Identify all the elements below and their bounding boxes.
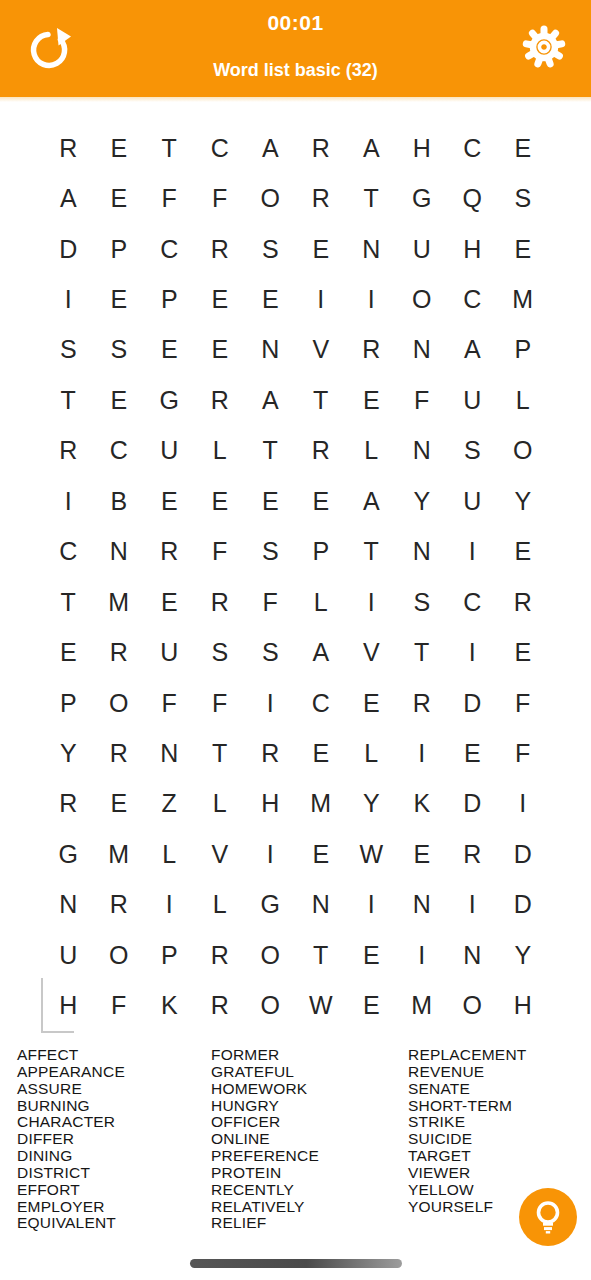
grid-cell-r18c6[interactable]: W <box>296 981 347 1031</box>
grid-cell-r12c2[interactable]: O <box>94 678 145 728</box>
grid-cell-r11c1[interactable]: E <box>43 627 94 677</box>
grid-cell-r5c3[interactable]: E <box>144 325 195 375</box>
grid-cell-r11c7[interactable]: V <box>346 627 397 677</box>
grid-cell-r2c7[interactable]: T <box>346 173 397 223</box>
word-list-item: ONLINE <box>211 1131 319 1148</box>
grid-cell-r9c7[interactable]: T <box>346 527 397 577</box>
grid-cell-r15c4[interactable]: V <box>195 829 246 879</box>
grid-cell-r17c5[interactable]: O <box>245 930 296 980</box>
grid-cell-r5c8[interactable]: N <box>397 325 448 375</box>
grid-cell-r12c5[interactable]: I <box>245 678 296 728</box>
grid-cell-r3c1[interactable]: D <box>43 224 94 274</box>
grid-cell-r18c8[interactable]: M <box>397 981 448 1031</box>
grid-cell-r13c4[interactable]: T <box>195 728 246 778</box>
grid-cell-r15c7[interactable]: W <box>346 829 397 879</box>
grid-cell-r6c8[interactable]: F <box>397 375 448 425</box>
word-list-item: DINING <box>17 1148 125 1165</box>
grid-cell-r18c5[interactable]: O <box>245 981 296 1031</box>
grid-cell-r4c4[interactable]: E <box>195 274 246 324</box>
word-list-item: DISTRICT <box>17 1165 125 1182</box>
grid-cell-r12c1[interactable]: P <box>43 678 94 728</box>
home-indicator[interactable] <box>190 1259 402 1268</box>
grid-cell-r16c2[interactable]: R <box>94 880 145 930</box>
grid-cell-r15c9[interactable]: R <box>447 829 498 879</box>
grid-cell-r4c1[interactable]: I <box>43 274 94 324</box>
grid-cell-r18c10[interactable]: H <box>498 981 549 1031</box>
grid-cell-r12c10[interactable]: F <box>498 678 549 728</box>
grid-cell-r13c9[interactable]: E <box>447 728 498 778</box>
grid-cell-r12c6[interactable]: C <box>296 678 347 728</box>
grid-cell-r16c9[interactable]: I <box>447 880 498 930</box>
word-list-item: TARGET <box>408 1148 526 1165</box>
grid-cell-r6c3[interactable]: G <box>144 375 195 425</box>
grid-cell-r10c9[interactable]: C <box>447 577 498 627</box>
letter-grid[interactable]: RETCARAHCEAEFFORTGQSDPCRSENUHEIEPEEIIOCM… <box>43 123 548 1031</box>
word-list-item: APPEARANCE <box>17 1064 125 1081</box>
grid-cell-r18c3[interactable]: K <box>144 981 195 1031</box>
grid-cell-r7c1[interactable]: R <box>43 426 94 476</box>
grid-cell-r18c9[interactable]: O <box>447 981 498 1031</box>
word-list-item: HUNGRY <box>211 1098 319 1115</box>
grid-cell-r7c5[interactable]: T <box>245 426 296 476</box>
grid-cell-r2c5[interactable]: O <box>245 173 296 223</box>
settings-button[interactable] <box>519 22 569 72</box>
grid-cell-r13c10[interactable]: F <box>498 728 549 778</box>
grid-cell-r11c3[interactable]: U <box>144 627 195 677</box>
grid-cell-r7c2[interactable]: C <box>94 426 145 476</box>
grid-cell-r9c1[interactable]: C <box>43 527 94 577</box>
grid-cell-r10c10[interactable]: R <box>498 577 549 627</box>
grid-cell-r16c5[interactable]: G <box>245 880 296 930</box>
grid-cell-r9c4[interactable]: F <box>195 527 246 577</box>
word-list-title: Word list basic (32) <box>0 60 591 81</box>
grid-cell-r15c2[interactable]: M <box>94 829 145 879</box>
word-list-column-2: FORMERGRATEFULHOMEWORKHUNGRYOFFICERONLIN… <box>211 1047 319 1232</box>
grid-cell-r10c4[interactable]: R <box>195 577 246 627</box>
word-list-item: RECENTLY <box>211 1182 319 1199</box>
grid-cell-r10c5[interactable]: F <box>245 577 296 627</box>
header-shadow <box>0 97 591 102</box>
grid-cell-r1c3[interactable]: T <box>144 123 195 173</box>
grid-cell-r4c6[interactable]: I <box>296 274 347 324</box>
word-list-column-3: REPLACEMENTREVENUESENATESHORT-TERMSTRIKE… <box>408 1047 526 1215</box>
word-list-item: VIEWER <box>408 1165 526 1182</box>
grid-cell-r6c10[interactable]: L <box>498 375 549 425</box>
grid-cell-r3c2[interactable]: P <box>94 224 145 274</box>
grid-cell-r3c4[interactable]: R <box>195 224 246 274</box>
grid-cell-r12c8[interactable]: R <box>397 678 448 728</box>
grid-cell-r8c3[interactable]: E <box>144 476 195 526</box>
grid-cell-r3c5[interactable]: S <box>245 224 296 274</box>
grid-cell-r10c8[interactable]: S <box>397 577 448 627</box>
grid-cell-r18c1[interactable]: H <box>43 981 94 1031</box>
grid-cell-r15c5[interactable]: I <box>245 829 296 879</box>
grid-cell-r1c6[interactable]: R <box>296 123 347 173</box>
grid-cell-r1c1[interactable]: R <box>43 123 94 173</box>
grid-cell-r1c10[interactable]: E <box>498 123 549 173</box>
grid-cell-r5c9[interactable]: A <box>447 325 498 375</box>
grid-cell-r6c5[interactable]: A <box>245 375 296 425</box>
word-list-item: AFFECT <box>17 1047 125 1064</box>
word-list-item: OFFICER <box>211 1114 319 1131</box>
grid-cell-r8c10[interactable]: Y <box>498 476 549 526</box>
word-list-item: YOURSELF <box>408 1199 526 1216</box>
word-list-item: CHARACTER <box>17 1114 125 1131</box>
grid-cell-r14c1[interactable]: R <box>43 779 94 829</box>
grid-cell-r15c6[interactable]: E <box>296 829 347 879</box>
gear-icon <box>519 60 569 75</box>
grid-cell-r2c3[interactable]: F <box>144 173 195 223</box>
grid-cell-r3c7[interactable]: N <box>346 224 397 274</box>
grid-cell-r2c4[interactable]: F <box>195 173 246 223</box>
grid-cell-r17c4[interactable]: R <box>195 930 246 980</box>
grid-cell-r17c8[interactable]: I <box>397 930 448 980</box>
grid-cell-r1c2[interactable]: E <box>94 123 145 173</box>
grid-cell-r9c3[interactable]: R <box>144 527 195 577</box>
grid-cell-r2c6[interactable]: R <box>296 173 347 223</box>
grid-cell-r6c4[interactable]: R <box>195 375 246 425</box>
grid-cell-r10c1[interactable]: T <box>43 577 94 627</box>
grid-cell-r3c9[interactable]: H <box>447 224 498 274</box>
grid-cell-r8c7[interactable]: A <box>346 476 397 526</box>
grid-cell-r16c10[interactable]: D <box>498 880 549 930</box>
grid-cell-r6c2[interactable]: E <box>94 375 145 425</box>
grid-cell-r8c6[interactable]: E <box>296 476 347 526</box>
word-list-item: EQUIVALENT <box>17 1215 125 1232</box>
grid-cell-r7c8[interactable]: N <box>397 426 448 476</box>
grid-cell-r14c7[interactable]: Y <box>346 779 397 829</box>
grid-cell-r8c1[interactable]: I <box>43 476 94 526</box>
word-list-item: YELLOW <box>408 1182 526 1199</box>
word-list-item: EMPLOYER <box>17 1199 125 1216</box>
grid-cell-r14c8[interactable]: K <box>397 779 448 829</box>
grid-cell-r15c3[interactable]: L <box>144 829 195 879</box>
grid-cell-r6c7[interactable]: E <box>346 375 397 425</box>
word-list-item: REVENUE <box>408 1064 526 1081</box>
word-list-item: RELIEF <box>211 1215 319 1232</box>
grid-cell-r9c9[interactable]: I <box>447 527 498 577</box>
grid-cell-r5c7[interactable]: R <box>346 325 397 375</box>
lightbulb-icon <box>528 1196 568 1239</box>
grid-cell-r8c9[interactable]: U <box>447 476 498 526</box>
grid-cell-r14c3[interactable]: Z <box>144 779 195 829</box>
grid-cell-r9c6[interactable]: P <box>296 527 347 577</box>
grid-cell-r11c6[interactable]: A <box>296 627 347 677</box>
grid-cell-r4c2[interactable]: E <box>94 274 145 324</box>
grid-cell-r2c2[interactable]: E <box>94 173 145 223</box>
grid-cell-r17c10[interactable]: Y <box>498 930 549 980</box>
grid-cell-r15c1[interactable]: G <box>43 829 94 879</box>
grid-cell-r13c6[interactable]: E <box>296 728 347 778</box>
grid-cell-r14c9[interactable]: D <box>447 779 498 829</box>
grid-cell-r5c4[interactable]: E <box>195 325 246 375</box>
grid-cell-r14c4[interactable]: L <box>195 779 246 829</box>
grid-cell-r5c6[interactable]: V <box>296 325 347 375</box>
grid-cell-r5c5[interactable]: N <box>245 325 296 375</box>
grid-cell-r13c8[interactable]: I <box>397 728 448 778</box>
grid-cell-r3c6[interactable]: E <box>296 224 347 274</box>
grid-cell-r8c8[interactable]: Y <box>397 476 448 526</box>
word-list-item: SENATE <box>408 1081 526 1098</box>
grid-cell-r1c8[interactable]: H <box>397 123 448 173</box>
grid-cell-r18c2[interactable]: F <box>94 981 145 1031</box>
grid-cell-r4c5[interactable]: E <box>245 274 296 324</box>
grid-cell-r12c7[interactable]: E <box>346 678 397 728</box>
grid-cell-r10c2[interactable]: M <box>94 577 145 627</box>
word-list-item: BURNING <box>17 1098 125 1115</box>
grid-cell-r7c4[interactable]: L <box>195 426 246 476</box>
word-list-item: FORMER <box>211 1047 319 1064</box>
grid-cell-r11c10[interactable]: E <box>498 627 549 677</box>
grid-cell-r14c2[interactable]: E <box>94 779 145 829</box>
grid-cell-r8c5[interactable]: E <box>245 476 296 526</box>
grid-cell-r4c3[interactable]: P <box>144 274 195 324</box>
word-list-item: SUICIDE <box>408 1131 526 1148</box>
grid-cell-r13c2[interactable]: R <box>94 728 145 778</box>
grid-cell-r13c1[interactable]: Y <box>43 728 94 778</box>
timer: 00:01 <box>0 11 591 35</box>
grid-cell-r10c6[interactable]: L <box>296 577 347 627</box>
grid-cell-r5c1[interactable]: S <box>43 325 94 375</box>
grid-cell-r4c7[interactable]: I <box>346 274 397 324</box>
grid-cell-r2c1[interactable]: A <box>43 173 94 223</box>
grid-cell-r16c7[interactable]: I <box>346 880 397 930</box>
grid-cell-r9c8[interactable]: N <box>397 527 448 577</box>
grid-cell-r7c6[interactable]: R <box>296 426 347 476</box>
grid-cell-r17c3[interactable]: P <box>144 930 195 980</box>
grid-cell-r14c10[interactable]: I <box>498 779 549 829</box>
grid-cell-r14c6[interactable]: M <box>296 779 347 829</box>
grid-cell-r1c9[interactable]: C <box>447 123 498 173</box>
grid-cell-r17c2[interactable]: O <box>94 930 145 980</box>
word-list-item: SHORT-TERM <box>408 1098 526 1115</box>
word-list-item: DIFFER <box>17 1131 125 1148</box>
grid-cell-r15c10[interactable]: D <box>498 829 549 879</box>
word-list-item: PREFERENCE <box>211 1148 319 1165</box>
grid-cell-r11c5[interactable]: S <box>245 627 296 677</box>
grid-cell-r7c7[interactable]: L <box>346 426 397 476</box>
grid-cell-r14c5[interactable]: H <box>245 779 296 829</box>
grid-cell-r9c10[interactable]: E <box>498 527 549 577</box>
grid-cell-r16c1[interactable]: N <box>43 880 94 930</box>
grid-cell-r1c5[interactable]: A <box>245 123 296 173</box>
grid-cell-r12c3[interactable]: F <box>144 678 195 728</box>
word-list-item: STRIKE <box>408 1114 526 1131</box>
word-list-item: HOMEWORK <box>211 1081 319 1098</box>
grid-cell-r7c10[interactable]: O <box>498 426 549 476</box>
word-list-item: RELATIVELY <box>211 1199 319 1216</box>
word-list-item: PROTEIN <box>211 1165 319 1182</box>
grid-cell-r4c8[interactable]: O <box>397 274 448 324</box>
grid-cell-r16c8[interactable]: N <box>397 880 448 930</box>
grid-cell-r9c2[interactable]: N <box>94 527 145 577</box>
grid-cell-r10c7[interactable]: I <box>346 577 397 627</box>
word-search-app: 00:01 Word list basic (32) <box>0 0 591 1280</box>
grid-cell-r7c3[interactable]: U <box>144 426 195 476</box>
grid-cell-r18c7[interactable]: E <box>346 981 397 1031</box>
grid-cell-r6c9[interactable]: U <box>447 375 498 425</box>
word-list-item: EFFORT <box>17 1182 125 1199</box>
grid-cell-r11c8[interactable]: T <box>397 627 448 677</box>
grid-cell-r6c1[interactable]: T <box>43 375 94 425</box>
grid-cell-r17c6[interactable]: T <box>296 930 347 980</box>
grid-cell-r3c3[interactable]: C <box>144 224 195 274</box>
grid-cell-r7c9[interactable]: S <box>447 426 498 476</box>
grid-cell-r11c2[interactable]: R <box>94 627 145 677</box>
grid-cell-r2c10[interactable]: S <box>498 173 549 223</box>
grid-cell-r2c8[interactable]: G <box>397 173 448 223</box>
grid-cell-r12c9[interactable]: D <box>447 678 498 728</box>
grid-cell-r1c7[interactable]: A <box>346 123 397 173</box>
grid-cell-r8c4[interactable]: E <box>195 476 246 526</box>
grid-cell-r16c3[interactable]: I <box>144 880 195 930</box>
grid-cell-r5c2[interactable]: S <box>94 325 145 375</box>
hint-button[interactable] <box>519 1188 577 1246</box>
grid-cell-r11c4[interactable]: S <box>195 627 246 677</box>
grid-cell-r2c9[interactable]: Q <box>447 173 498 223</box>
word-list-item: REPLACEMENT <box>408 1047 526 1064</box>
grid-cell-r13c3[interactable]: N <box>144 728 195 778</box>
grid-cell-r12c4[interactable]: F <box>195 678 246 728</box>
grid-cell-r11c9[interactable]: I <box>447 627 498 677</box>
grid-cell-r4c10[interactable]: M <box>498 274 549 324</box>
grid-cell-r13c7[interactable]: L <box>346 728 397 778</box>
grid-cell-r3c8[interactable]: U <box>397 224 448 274</box>
word-list-item: ASSURE <box>17 1081 125 1098</box>
grid-cell-r16c4[interactable]: L <box>195 880 246 930</box>
app-header: 00:01 Word list basic (32) <box>0 0 591 97</box>
grid-cell-r16c6[interactable]: N <box>296 880 347 930</box>
grid-cell-r6c6[interactable]: T <box>296 375 347 425</box>
grid-cell-r17c1[interactable]: U <box>43 930 94 980</box>
grid-cell-r4c9[interactable]: C <box>447 274 498 324</box>
grid-cell-r17c9[interactable]: N <box>447 930 498 980</box>
grid-cell-r5c10[interactable]: P <box>498 325 549 375</box>
word-list-column-1: AFFECTAPPEARANCEASSUREBURNINGCHARACTERDI… <box>17 1047 125 1232</box>
grid-cell-r18c4[interactable]: R <box>195 981 246 1031</box>
grid-cell-r8c2[interactable]: B <box>94 476 145 526</box>
grid-cell-r9c5[interactable]: S <box>245 527 296 577</box>
grid-cell-r13c5[interactable]: R <box>245 728 296 778</box>
word-list-item: GRATEFUL <box>211 1064 319 1081</box>
grid-cell-r10c3[interactable]: E <box>144 577 195 627</box>
grid-cell-r1c4[interactable]: C <box>195 123 246 173</box>
grid-cell-r3c10[interactable]: E <box>498 224 549 274</box>
grid-cell-r17c7[interactable]: E <box>346 930 397 980</box>
grid-cell-r15c8[interactable]: E <box>397 829 448 879</box>
